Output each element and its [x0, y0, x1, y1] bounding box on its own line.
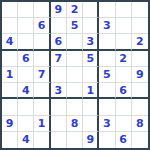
- cell-r8c1-given-9[interactable]: 9: [2, 116, 18, 132]
- cell-r8c7-given-3[interactable]: 3: [99, 116, 115, 132]
- cell-r1c7-empty[interactable]: [99, 2, 115, 18]
- cell-r9c6-given-9[interactable]: 9: [83, 132, 99, 148]
- cell-r6c5-empty[interactable]: [67, 83, 83, 99]
- cell-r8c8-empty[interactable]: [116, 116, 132, 132]
- cell-r1c9-empty[interactable]: [132, 2, 148, 18]
- cell-r5c5-empty[interactable]: [67, 67, 83, 83]
- cell-r2c7-given-3[interactable]: 3: [99, 18, 115, 34]
- cell-r4c8-given-2[interactable]: 2: [116, 51, 132, 67]
- cell-r2c6-empty[interactable]: [83, 18, 99, 34]
- cell-r1c2-empty[interactable]: [18, 2, 34, 18]
- cell-r1c8-empty[interactable]: [116, 2, 132, 18]
- cell-r3c2-empty[interactable]: [18, 34, 34, 50]
- cell-r9c9-given-undefined[interactable]: [132, 132, 148, 148]
- cell-r2c5-given-5[interactable]: 5: [67, 18, 83, 34]
- cell-r3c8-empty[interactable]: [116, 34, 132, 50]
- cell-r2c9-empty[interactable]: [132, 18, 148, 34]
- cell-r3c3-empty[interactable]: [34, 34, 50, 50]
- cell-r9c5-empty[interactable]: [67, 132, 83, 148]
- cell-r8c6-empty[interactable]: [83, 116, 99, 132]
- cell-r2c3-given-6[interactable]: 6: [34, 18, 50, 34]
- cell-r6c7-empty[interactable]: [99, 83, 115, 99]
- cell-r7c5-empty[interactable]: [67, 99, 83, 115]
- cell-r1c4-given-9[interactable]: 9: [51, 2, 67, 18]
- cell-r6c4-given-3[interactable]: 3: [51, 83, 67, 99]
- cell-r9c2-given-4[interactable]: 4: [18, 132, 34, 148]
- cell-r3c7-empty[interactable]: [99, 34, 115, 50]
- cell-r3c1-given-4[interactable]: 4: [2, 34, 18, 50]
- cell-r4c6-given-5[interactable]: 5: [83, 51, 99, 67]
- cell-r8c5-given-8[interactable]: 8: [67, 116, 83, 132]
- cell-r4c7-empty[interactable]: [99, 51, 115, 67]
- cell-r5c7-given-5[interactable]: 5: [99, 67, 115, 83]
- cell-r5c4-empty[interactable]: [51, 67, 67, 83]
- cell-r5c6-empty[interactable]: [83, 67, 99, 83]
- cell-r4c1-empty[interactable]: [2, 51, 18, 67]
- cell-r7c3-empty[interactable]: [34, 99, 50, 115]
- cell-r1c1-empty[interactable]: [2, 2, 18, 18]
- cell-r2c4-empty[interactable]: [51, 18, 67, 34]
- cell-r4c9-empty[interactable]: [132, 51, 148, 67]
- cell-r7c2-empty[interactable]: [18, 99, 34, 115]
- cell-r4c2-given-6[interactable]: 6: [18, 51, 34, 67]
- cell-r9c3-empty[interactable]: [34, 132, 50, 148]
- cell-r6c2-given-4[interactable]: 4: [18, 83, 34, 99]
- cell-r1c5-given-2[interactable]: 2: [67, 2, 83, 18]
- cell-r7c6-empty[interactable]: [83, 99, 99, 115]
- cell-r5c3-given-7[interactable]: 7: [34, 67, 50, 83]
- cell-r3c9-given-2[interactable]: 2: [132, 34, 148, 50]
- cell-r3c4-given-6[interactable]: 6: [51, 34, 67, 50]
- cell-r1c3-empty[interactable]: [34, 2, 50, 18]
- cell-r6c9-empty[interactable]: [132, 83, 148, 99]
- cell-r5c8-empty[interactable]: [116, 67, 132, 83]
- cell-r4c3-empty[interactable]: [34, 51, 50, 67]
- cell-r9c4-empty[interactable]: [51, 132, 67, 148]
- cell-r1c6-empty[interactable]: [83, 2, 99, 18]
- cell-r5c1-given-1[interactable]: 1: [2, 67, 18, 83]
- cell-r4c5-empty[interactable]: [67, 51, 83, 67]
- cell-r7c7-empty[interactable]: [99, 99, 115, 115]
- cell-r8c2-empty[interactable]: [18, 116, 34, 132]
- cell-r2c8-empty[interactable]: [116, 18, 132, 34]
- cell-r2c1-empty[interactable]: [2, 18, 18, 34]
- cell-r4c4-given-7[interactable]: 7: [51, 51, 67, 67]
- cell-r5c9-given-9[interactable]: 9: [132, 67, 148, 83]
- cell-r8c9-given-8[interactable]: 8: [132, 116, 148, 132]
- cell-r3c6-given-3[interactable]: 3: [83, 34, 99, 50]
- cell-r6c6-given-1[interactable]: 1: [83, 83, 99, 99]
- cell-r7c4-empty[interactable]: [51, 99, 67, 115]
- cell-r5c2-empty[interactable]: [18, 67, 34, 83]
- cell-r9c8-given-6[interactable]: 6: [116, 132, 132, 148]
- cell-r3c5-empty[interactable]: [67, 34, 83, 50]
- cell-r6c3-empty[interactable]: [34, 83, 50, 99]
- cell-r9c7-empty[interactable]: [99, 132, 115, 148]
- cell-r9c1-empty[interactable]: [2, 132, 18, 148]
- cell-r6c1-empty[interactable]: [2, 83, 18, 99]
- cell-r8c4-empty[interactable]: [51, 116, 67, 132]
- cell-r7c9-empty[interactable]: [132, 99, 148, 115]
- cell-r6c8-given-6[interactable]: 6: [116, 83, 132, 99]
- sudoku-board: 92653463267521759431691838496: [0, 0, 150, 150]
- cell-r8c3-given-1[interactable]: 1: [34, 116, 50, 132]
- cell-r7c1-empty[interactable]: [2, 99, 18, 115]
- cell-r2c2-empty[interactable]: [18, 18, 34, 34]
- cell-r7c8-empty[interactable]: [116, 99, 132, 115]
